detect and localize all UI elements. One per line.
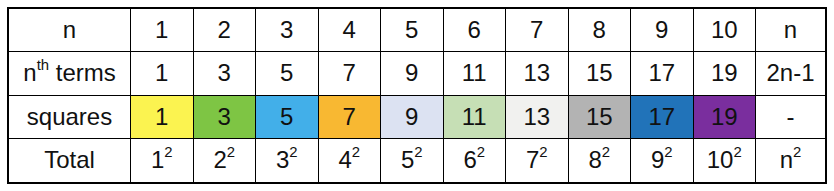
n-value-cell: 6	[444, 9, 507, 52]
total-value-cell: 22	[194, 139, 257, 182]
total-base: 3	[276, 148, 289, 172]
total-base: 7	[526, 148, 539, 172]
row-header-n: n	[9, 9, 131, 52]
squares-value-cell: 11	[444, 96, 507, 139]
squares-value-cell: 17	[631, 96, 694, 139]
total-exponent: 2	[352, 145, 360, 160]
total-value-cell: 12	[131, 139, 194, 182]
total-exponent: 2	[227, 145, 235, 160]
total-exponent: 2	[164, 145, 172, 160]
total-base: 1	[151, 148, 164, 172]
total-exponent: 2	[414, 145, 422, 160]
total-exponent: 2	[477, 145, 485, 160]
n-value-cell: 3	[256, 9, 319, 52]
term-value-cell: 9	[381, 52, 444, 95]
n-value-cell: 10	[694, 9, 757, 52]
row-header-total: Total	[9, 139, 131, 182]
total-value-cell: 32	[256, 139, 319, 182]
total-value-cell: 92	[631, 139, 694, 182]
total-base: 5	[401, 148, 414, 172]
nth-terms-label-base: n	[23, 61, 36, 85]
squares-value-cell: 13	[506, 96, 569, 139]
total-formula-base: n	[780, 148, 793, 172]
squares-value-cell: 1	[131, 96, 194, 139]
total-exponent: 2	[664, 145, 672, 160]
squares-value-cell: 3	[194, 96, 257, 139]
total-base: 10	[707, 148, 734, 172]
term-value-cell: 5	[256, 52, 319, 95]
nth-terms-label-superscript: th	[37, 58, 49, 73]
term-value-cell: 15	[569, 52, 632, 95]
total-base: 9	[651, 148, 664, 172]
squares-formula-cell: -	[756, 96, 825, 139]
n-value-cell: 4	[319, 9, 382, 52]
squares-value-cell: 19	[694, 96, 757, 139]
total-value-cell: 102	[694, 139, 757, 182]
total-formula-exponent: 2	[793, 145, 801, 160]
total-exponent: 2	[289, 145, 297, 160]
term-value-cell: 17	[631, 52, 694, 95]
squares-value-cell: 15	[569, 96, 632, 139]
n-value-cell: 9	[631, 9, 694, 52]
squares-value-cell: 5	[256, 96, 319, 139]
n-value-cell: 5	[381, 9, 444, 52]
total-base: 8	[588, 148, 601, 172]
total-base: 6	[463, 148, 476, 172]
total-formula-cell: n2	[756, 139, 825, 182]
term-value-cell: 19	[694, 52, 757, 95]
n-value-cell: 8	[569, 9, 632, 52]
total-exponent: 2	[602, 145, 610, 160]
squares-value-cell: 9	[381, 96, 444, 139]
total-value-cell: 82	[569, 139, 632, 182]
squares-value-cell: 7	[319, 96, 382, 139]
total-base: 2	[213, 148, 226, 172]
term-value-cell: 13	[506, 52, 569, 95]
total-base: 4	[338, 148, 351, 172]
nth-terms-label-rest: terms	[49, 61, 116, 85]
total-value-cell: 42	[319, 139, 382, 182]
term-formula-cell: 2n-1	[756, 52, 825, 95]
n-value-cell: 7	[506, 9, 569, 52]
total-value-cell: 62	[444, 139, 507, 182]
term-value-cell: 1	[131, 52, 194, 95]
term-value-cell: 7	[319, 52, 382, 95]
row-header-nth-terms: nth terms	[9, 52, 131, 95]
page: n 1 2 3 4 5 6 7 8 9 10 n nth terms 1 3 5…	[0, 0, 834, 191]
row-header-squares: squares	[9, 96, 131, 139]
number-pattern-table: n 1 2 3 4 5 6 7 8 9 10 n nth terms 1 3 5…	[7, 7, 827, 184]
n-value-cell: 1	[131, 9, 194, 52]
total-value-cell: 72	[506, 139, 569, 182]
term-value-cell: 11	[444, 52, 507, 95]
term-value-cell: 3	[194, 52, 257, 95]
n-formula-cell: n	[756, 9, 825, 52]
total-exponent: 2	[733, 145, 741, 160]
total-value-cell: 52	[381, 139, 444, 182]
total-exponent: 2	[539, 145, 547, 160]
n-value-cell: 2	[194, 9, 257, 52]
